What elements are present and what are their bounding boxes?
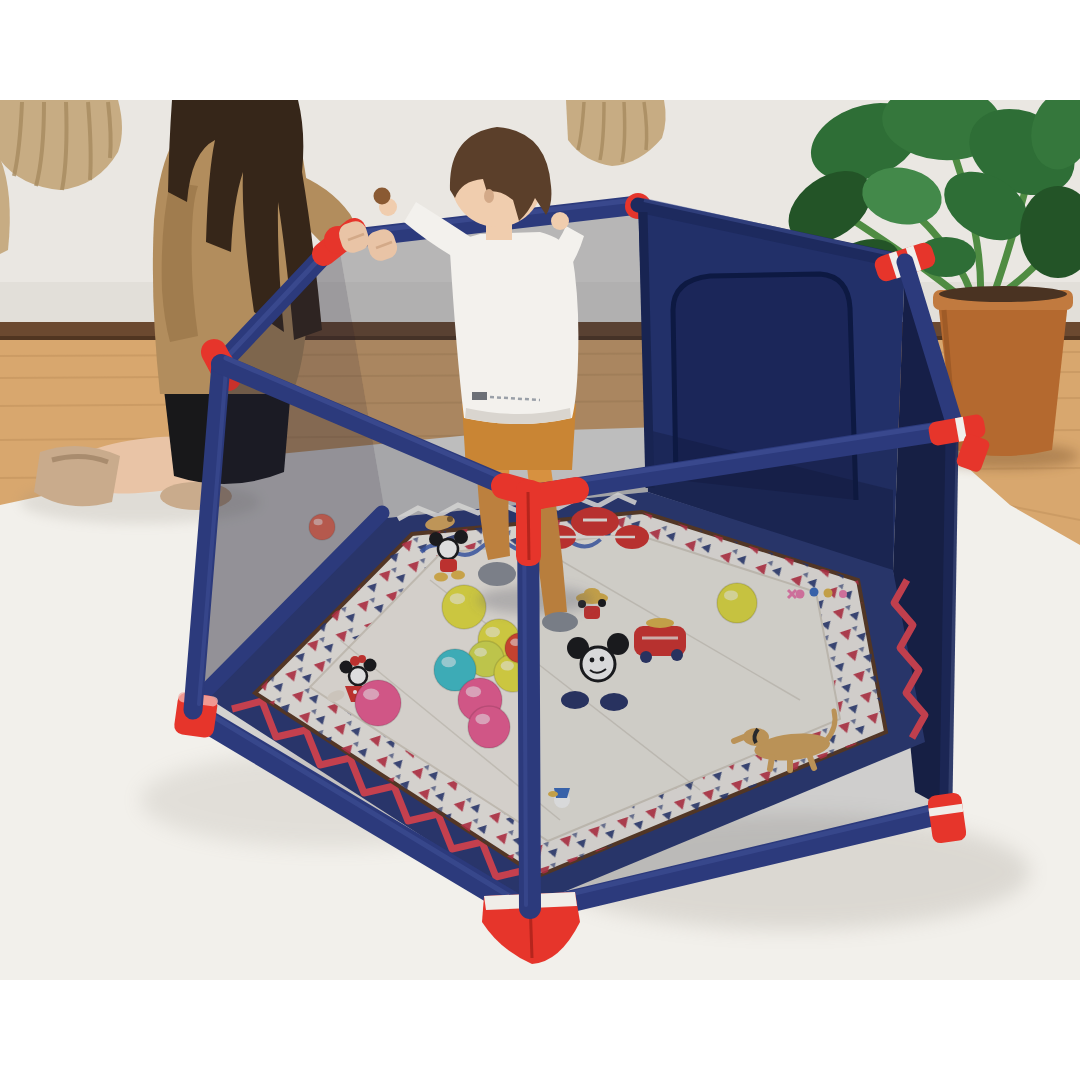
toddler-left-hand bbox=[551, 212, 569, 230]
photo-frame: A toddler in a white long-sleeve shirt a… bbox=[0, 0, 1080, 1080]
toddler-ear bbox=[484, 189, 494, 203]
playpen-photo bbox=[0, 0, 1080, 1080]
shirt-label bbox=[472, 392, 487, 400]
foot-right bbox=[927, 792, 967, 844]
toddler-toy bbox=[374, 188, 391, 205]
photo-content bbox=[0, 79, 1080, 980]
